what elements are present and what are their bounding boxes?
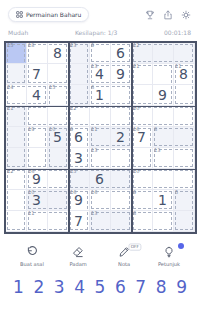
numpad-digit-9[interactable]: 9 xyxy=(176,279,187,296)
cage-sum: 9 xyxy=(133,190,136,196)
board-cell[interactable]: 9 xyxy=(153,85,174,106)
board-cell[interactable] xyxy=(111,211,132,232)
cage-sum: 15 xyxy=(49,85,55,91)
board-cell[interactable] xyxy=(153,64,174,85)
timer: 00:01:18 xyxy=(164,29,191,36)
numpad: 123456789 xyxy=(0,268,200,296)
numpad-digit-2[interactable]: 2 xyxy=(33,279,44,296)
undo-label: Buat asal xyxy=(20,261,44,267)
cage-sum: 10 xyxy=(28,190,34,196)
new-game-button[interactable]: Permainan Baharu xyxy=(8,7,89,22)
board-cell[interactable]: 6 xyxy=(90,169,111,190)
board-cell[interactable] xyxy=(48,64,69,85)
cell-digit: 1 xyxy=(153,190,173,210)
undo-icon xyxy=(26,246,38,258)
board-cell[interactable]: 8 xyxy=(48,43,69,64)
board-cell[interactable] xyxy=(48,190,69,211)
cell-digit: 9 xyxy=(111,64,131,84)
cage-sum: 12 xyxy=(70,106,76,112)
board-cell[interactable]: 61 xyxy=(90,85,111,106)
board-cell[interactable] xyxy=(111,148,132,169)
cage-sum: 13 xyxy=(154,148,160,154)
cage-sum: 11 xyxy=(91,127,97,133)
cell-digit: 6 xyxy=(111,43,131,63)
cage-sum: 6 xyxy=(91,85,94,91)
cell-digit: 3 xyxy=(69,148,89,168)
board-cell[interactable]: 5 xyxy=(174,190,195,211)
trophy-icon[interactable] xyxy=(145,10,155,20)
board-cell[interactable] xyxy=(153,43,174,64)
toolbar: Buat asal Padam OFF Nota Petunjuk xyxy=(0,234,200,268)
board-cell[interactable] xyxy=(174,211,195,232)
numpad-digit-6[interactable]: 6 xyxy=(115,279,126,296)
cell-digit: 8 xyxy=(48,43,68,63)
board-cell[interactable] xyxy=(111,190,132,211)
cage-sum: 10 xyxy=(49,127,55,133)
board-cell[interactable]: 9 xyxy=(90,43,111,64)
board-cell[interactable] xyxy=(174,43,195,64)
cage-sum: 19 xyxy=(28,127,34,133)
cage-sum: 24 xyxy=(7,85,13,91)
cage-sum: 20 xyxy=(133,106,139,112)
board-cell[interactable]: 6 xyxy=(111,43,132,64)
cage-sum: 13 xyxy=(91,64,97,70)
board-cell[interactable]: 167 xyxy=(132,127,153,148)
board-cell[interactable] xyxy=(27,148,48,169)
notes-label: Nota xyxy=(118,261,130,267)
cage-sum: 16 xyxy=(70,190,76,196)
board-cell[interactable]: 20 xyxy=(132,106,153,127)
board-cell[interactable]: 15 xyxy=(6,43,27,64)
numpad-digit-4[interactable]: 4 xyxy=(74,279,85,296)
cage-sum: 16 xyxy=(91,190,97,196)
board-cell[interactable] xyxy=(132,85,153,106)
board-cell[interactable] xyxy=(69,64,90,85)
notes-button[interactable]: OFF Nota xyxy=(111,246,137,268)
board-cell[interactable]: 24 xyxy=(6,85,27,106)
board-cell[interactable]: 7 xyxy=(27,64,48,85)
board-cell[interactable] xyxy=(48,148,69,169)
eraser-label: Padam xyxy=(70,261,87,267)
cage-sum: 11 xyxy=(175,64,181,70)
board-cell[interactable]: 8 xyxy=(132,211,153,232)
cage-sum: 5 xyxy=(175,190,178,196)
board-cell[interactable]: 18 xyxy=(27,43,48,64)
difficulty-label: Mudah xyxy=(8,29,28,36)
board-cell[interactable] xyxy=(48,211,69,232)
eraser-button[interactable]: Padam xyxy=(65,246,91,268)
eraser-icon xyxy=(72,246,84,258)
board-cell[interactable] xyxy=(90,106,111,127)
board-cell[interactable] xyxy=(111,106,132,127)
cage-sum: 13 xyxy=(91,148,97,154)
numpad-digit-3[interactable]: 3 xyxy=(54,279,65,296)
cage-sum: 16 xyxy=(133,127,139,133)
board-cell[interactable] xyxy=(153,211,174,232)
board-cell[interactable]: 103 xyxy=(27,190,48,211)
board-cell[interactable]: 12 xyxy=(69,106,90,127)
board-cell[interactable]: 21 xyxy=(132,64,153,85)
board-cell[interactable] xyxy=(132,148,153,169)
board-cell[interactable]: 7 xyxy=(69,211,90,232)
hint-button[interactable]: Petunjuk xyxy=(156,246,182,268)
cage-sum: 18 xyxy=(28,43,34,49)
cage-sum: 10 xyxy=(133,169,139,175)
cell-digit: 6 xyxy=(90,169,110,189)
board-cell[interactable] xyxy=(174,169,195,190)
board-cell[interactable]: 19 xyxy=(27,127,48,148)
board-cell[interactable]: 96 xyxy=(69,127,90,148)
board-cell[interactable]: 1 xyxy=(153,190,174,211)
board-cell[interactable]: 15 xyxy=(69,169,90,190)
board-cell[interactable]: 9 xyxy=(111,64,132,85)
cell-digit: 7 xyxy=(69,211,89,231)
status-bar: Mudah Kesilapan: 1/3 00:01:18 xyxy=(0,24,200,39)
board-cell[interactable] xyxy=(174,106,195,127)
board-cell[interactable]: 11 xyxy=(6,106,27,127)
board-cell[interactable] xyxy=(6,190,27,211)
cell-digit: 7 xyxy=(27,64,47,84)
board-cell[interactable]: 169 xyxy=(69,190,90,211)
board-cell[interactable]: 4 xyxy=(27,85,48,106)
cage-sum: 12 xyxy=(133,43,139,49)
numpad-digit-5[interactable]: 5 xyxy=(95,279,106,296)
board-cell[interactable]: 169 xyxy=(27,169,48,190)
board-cell[interactable] xyxy=(6,64,27,85)
cage-sum: 8 xyxy=(154,127,157,133)
board-cell[interactable]: 134 xyxy=(90,64,111,85)
cage-sum: 9 xyxy=(70,127,73,133)
board-cell[interactable]: 9 xyxy=(132,190,153,211)
numpad-digit-7[interactable]: 7 xyxy=(135,279,146,296)
board-cell[interactable] xyxy=(69,85,90,106)
hint-label: Petunjuk xyxy=(158,261,180,267)
board: 1518823961271349211182441561911122019105… xyxy=(4,41,197,234)
board-cell[interactable]: 12 xyxy=(6,169,27,190)
board-cell[interactable]: 2 xyxy=(111,127,132,148)
cage-sum: 11 xyxy=(28,211,34,217)
cell-digit: 2 xyxy=(111,127,131,147)
header-icons xyxy=(145,10,191,20)
cage-sum: 15 xyxy=(70,169,76,175)
board-cell[interactable]: 13 xyxy=(153,148,174,169)
board-cell[interactable] xyxy=(153,169,174,190)
new-game-label: Permainan Baharu xyxy=(26,11,81,18)
board-cell[interactable]: 13 xyxy=(90,211,111,232)
board-cell[interactable] xyxy=(6,148,27,169)
board-cell[interactable] xyxy=(48,106,69,127)
board-cell[interactable]: 3 xyxy=(69,148,90,169)
hint-lightbulb-icon xyxy=(163,246,175,258)
board-cell[interactable]: 13 xyxy=(90,148,111,169)
hint-badge xyxy=(178,243,184,249)
cage-sum: 9 xyxy=(91,43,94,49)
notes-off-badge: OFF xyxy=(129,244,141,251)
board-cell[interactable] xyxy=(153,106,174,127)
mistakes-counter: Kesilapan: 1/3 xyxy=(75,29,117,36)
board-cell[interactable] xyxy=(174,148,195,169)
cage-sum: 21 xyxy=(133,64,139,70)
board-cell[interactable]: 10 xyxy=(132,169,153,190)
cage-sum: 15 xyxy=(7,43,13,49)
board-cell[interactable]: 16 xyxy=(90,190,111,211)
cell-digit: 4 xyxy=(27,85,47,105)
board-cell[interactable] xyxy=(27,106,48,127)
board-cell[interactable]: 11 xyxy=(90,127,111,148)
board-cell[interactable] xyxy=(111,85,132,106)
board-cell[interactable]: 15 xyxy=(48,85,69,106)
board-cell[interactable]: 12 xyxy=(132,43,153,64)
cell-digit: 9 xyxy=(153,85,173,105)
cage-sum: 16 xyxy=(28,169,34,175)
cage-sum: 13 xyxy=(91,211,97,217)
share-icon[interactable] xyxy=(163,10,173,20)
header: Permainan Baharu xyxy=(0,0,200,24)
board-cell[interactable] xyxy=(174,85,195,106)
board-cell[interactable] xyxy=(174,127,195,148)
numpad-digit-8[interactable]: 8 xyxy=(156,279,167,296)
board-cell[interactable]: 118 xyxy=(174,64,195,85)
undo-button[interactable]: Buat asal xyxy=(18,246,46,268)
board-cell[interactable]: 23 xyxy=(69,43,90,64)
cage-sum: 12 xyxy=(7,169,13,175)
board-cell[interactable]: 11 xyxy=(27,211,48,232)
cage-sum: 23 xyxy=(70,43,76,49)
new-game-grid-icon xyxy=(16,11,23,18)
board-cell[interactable] xyxy=(6,211,27,232)
board-cell[interactable]: 105 xyxy=(48,127,69,148)
board-cell[interactable]: 8 xyxy=(153,127,174,148)
settings-gear-icon[interactable] xyxy=(181,10,191,20)
board-cell[interactable] xyxy=(111,169,132,190)
numpad-digit-1[interactable]: 1 xyxy=(13,279,24,296)
cage-sum: 8 xyxy=(133,211,136,217)
cage-sum: 11 xyxy=(7,106,13,112)
board-cell[interactable] xyxy=(48,169,69,190)
board-cell[interactable] xyxy=(6,127,27,148)
